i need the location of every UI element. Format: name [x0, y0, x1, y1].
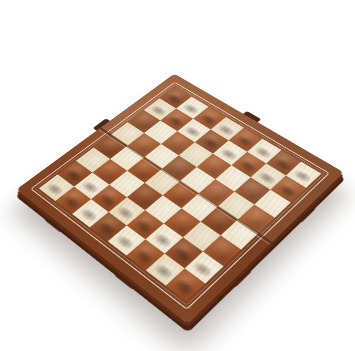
chess-board: ♜♞♟♝♟♛♟♚♟♝♟♞♟♟♜♟♟♜♟♟♞♟♝♟♛♟♚♟♝♟♞♜ — [16, 74, 344, 324]
chess-set-photo: ♜♞♟♝♟♛♟♚♟♝♟♞♟♟♜♟♟♜♟♟♞♟♝♟♛♟♚♟♝♟♞♜ — [0, 0, 355, 351]
rook-glyph: ♜ — [175, 245, 195, 289]
pawn-glyph: ♟ — [261, 140, 276, 181]
bishop-glyph: ♝ — [136, 210, 156, 259]
rook-glyph: ♜ — [294, 140, 312, 179]
pawn-glyph: ♟ — [280, 151, 296, 192]
knight-glyph: ♞ — [154, 226, 176, 274]
king-glyph: ♚ — [116, 176, 138, 244]
pawn-glyph: ♟ — [196, 227, 213, 272]
